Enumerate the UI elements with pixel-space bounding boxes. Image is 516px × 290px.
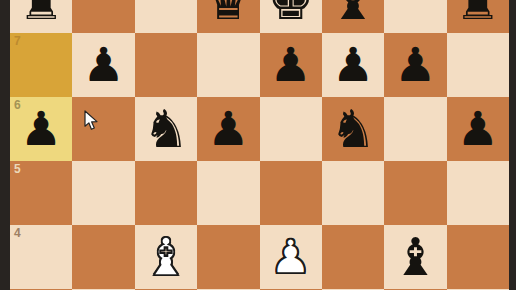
square-h8[interactable]: ♜ (447, 0, 509, 33)
rank-label-5: 5 (14, 163, 21, 175)
square-e7[interactable]: ♟ (260, 33, 322, 97)
black-knight-c6[interactable]: ♞ (135, 97, 197, 161)
square-e5[interactable] (260, 161, 322, 225)
square-h6[interactable]: ♟ (447, 97, 509, 161)
square-f8[interactable]: ♝ (322, 0, 384, 33)
square-f7[interactable]: ♟ (322, 33, 384, 97)
black-rook-h8[interactable]: ♜ (447, 0, 509, 33)
square-b6[interactable] (72, 97, 134, 161)
square-b7[interactable]: ♟ (72, 33, 134, 97)
square-d4[interactable] (197, 225, 259, 289)
square-b5[interactable] (72, 161, 134, 225)
square-h4[interactable] (447, 225, 509, 289)
black-pawn-b7[interactable]: ♟ (72, 33, 134, 97)
left-frame-strip (0, 0, 10, 290)
white-bishop-c4[interactable]: ♝ (135, 225, 197, 289)
square-c6[interactable]: ♞ (135, 97, 197, 161)
black-rook-a8[interactable]: ♜ (10, 0, 72, 33)
square-h5[interactable] (447, 161, 509, 225)
square-d6[interactable]: ♟ (197, 97, 259, 161)
black-bishop-g4[interactable]: ♝ (384, 225, 446, 289)
black-king-e8[interactable]: ♚ (260, 0, 322, 33)
square-e8[interactable]: ♚ (260, 0, 322, 33)
black-pawn-h6[interactable]: ♟ (447, 97, 509, 161)
square-e4[interactable]: ♟ (260, 225, 322, 289)
square-d7[interactable] (197, 33, 259, 97)
square-c4[interactable]: ♝ (135, 225, 197, 289)
square-c8[interactable] (135, 0, 197, 33)
black-bishop-f8[interactable]: ♝ (322, 0, 384, 33)
square-d5[interactable] (197, 161, 259, 225)
black-pawn-d6[interactable]: ♟ (197, 97, 259, 161)
square-d8[interactable]: ♛ (197, 0, 259, 33)
black-queen-d8[interactable]: ♛ (197, 0, 259, 33)
square-b4[interactable] (72, 225, 134, 289)
square-g5[interactable] (384, 161, 446, 225)
square-b8[interactable] (72, 0, 134, 33)
black-pawn-g7[interactable]: ♟ (384, 33, 446, 97)
square-c5[interactable] (135, 161, 197, 225)
rank-label-4: 4 (14, 227, 21, 239)
square-a8[interactable]: ♜ (10, 0, 72, 33)
square-g4[interactable]: ♝ (384, 225, 446, 289)
square-a6[interactable]: 6♟ (10, 97, 72, 161)
square-c7[interactable] (135, 33, 197, 97)
black-pawn-f7[interactable]: ♟ (322, 33, 384, 97)
square-a5[interactable]: 5 (10, 161, 72, 225)
white-pawn-e4[interactable]: ♟ (260, 225, 322, 289)
screen: ♜♛♚♝♜7♟♟♟♟6♟♞♟♞♟54♝♟♝ (0, 0, 516, 290)
rank-label-7: 7 (14, 35, 21, 47)
black-pawn-a6[interactable]: ♟ (10, 97, 72, 161)
square-h7[interactable] (447, 33, 509, 97)
square-g8[interactable] (384, 0, 446, 33)
black-knight-f6[interactable]: ♞ (322, 97, 384, 161)
right-frame-strip (509, 0, 516, 290)
chess-board: ♜♛♚♝♜7♟♟♟♟6♟♞♟♞♟54♝♟♝ (10, 0, 509, 290)
square-g7[interactable]: ♟ (384, 33, 446, 97)
square-f6[interactable]: ♞ (322, 97, 384, 161)
square-a4[interactable]: 4 (10, 225, 72, 289)
square-a7[interactable]: 7 (10, 33, 72, 97)
black-pawn-e7[interactable]: ♟ (260, 33, 322, 97)
square-g6[interactable] (384, 97, 446, 161)
square-f4[interactable] (322, 225, 384, 289)
square-e6[interactable] (260, 97, 322, 161)
square-f5[interactable] (322, 161, 384, 225)
